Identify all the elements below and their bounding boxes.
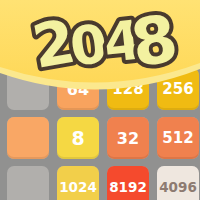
game-board[interactable]: 64128256832512102481924096 [7, 68, 199, 200]
board-cell: 512 [157, 117, 199, 159]
board-cell: 128 [107, 68, 149, 110]
tile-blank [7, 117, 49, 159]
board-cell: 64 [57, 68, 99, 110]
board-cell [7, 117, 49, 159]
board-cell [7, 166, 49, 200]
board-cell: 256 [157, 68, 199, 110]
logo-digit-4: 4 [101, 8, 145, 75]
board-cell: 32 [107, 117, 149, 159]
board-cell: 8 [57, 117, 99, 159]
board-cell [7, 68, 49, 110]
tile-64: 64 [57, 68, 99, 110]
tile-512: 512 [157, 117, 199, 159]
board-cell: 1024 [57, 166, 99, 200]
tile-8: 8 [57, 117, 99, 159]
tile-4096: 4096 [157, 166, 199, 200]
tile-8192: 8192 [107, 166, 149, 200]
app-screen: 64128256832512102481924096 2 0 4 8 [0, 0, 200, 200]
board-cell: 8192 [107, 166, 149, 200]
board-cell: 4096 [157, 166, 199, 200]
tile-128: 128 [107, 68, 149, 110]
tile-256: 256 [157, 68, 199, 110]
tile-32: 32 [107, 117, 149, 159]
tile-1024: 1024 [57, 166, 99, 200]
